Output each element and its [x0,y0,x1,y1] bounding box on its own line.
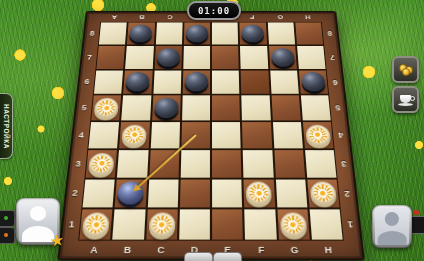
square-b8[interactable] [127,22,155,44]
square-f5[interactable] [242,96,271,121]
dark-piece-d8[interactable] [186,25,208,43]
checkers-board: ABCDEFGH ABCDEFGH 87654321 87654321 [57,11,365,261]
file-label-f: F [238,13,266,22]
square-c2[interactable] [147,179,178,208]
square-e1[interactable] [212,210,243,240]
rank-label-1: 1 [341,209,361,241]
square-a3[interactable] [86,150,118,177]
square-a7[interactable] [96,46,125,69]
square-e2[interactable] [212,179,242,208]
square-e4[interactable] [212,122,241,148]
square-c8[interactable] [155,22,182,44]
dark-piece-c7[interactable] [156,48,179,66]
square-g3[interactable] [274,150,305,177]
green-dot-icon [4,216,8,220]
coins-icon [399,64,413,76]
square-b4[interactable] [119,122,149,148]
square-b5[interactable] [121,96,150,121]
file-label-a: A [100,13,128,22]
square-d8[interactable] [184,22,210,44]
game-timer: 01:00 [187,1,241,20]
settings-tab[interactable]: НАСТРОЙКА [0,93,13,159]
square-f1[interactable] [245,210,277,240]
square-c5[interactable] [152,96,181,121]
bottom-button-1[interactable] [184,252,213,261]
left-edge-panel-2[interactable] [0,227,15,244]
square-f3[interactable] [243,150,273,177]
left-edge-panel-1[interactable] [0,210,15,227]
square-g6[interactable] [270,70,299,94]
square-a2[interactable] [83,179,115,208]
square-f2[interactable] [244,179,275,208]
square-g5[interactable] [271,96,300,121]
gold-piece-f2[interactable] [246,182,272,205]
square-c4[interactable] [150,122,180,148]
rank-label-2: 2 [338,178,357,209]
dark-piece-f8[interactable] [242,25,265,43]
square-a5[interactable] [91,96,121,121]
square-b1[interactable] [113,210,146,240]
square-b3[interactable] [117,150,148,177]
rank-label-3: 3 [335,149,354,178]
file-label-h: H [311,241,346,259]
gold-piece-h4[interactable] [305,125,331,146]
dark-piece-d6[interactable] [185,72,208,91]
file-label-c: C [144,241,178,259]
person-silhouette-icon [375,208,409,245]
file-label-b: B [128,13,156,22]
square-f4[interactable] [242,122,272,148]
square-g8[interactable] [267,22,295,44]
dark-piece-h6[interactable] [301,72,326,91]
game-stage: ABCDEFGH ABCDEFGH 87654321 87654321 01:0… [0,0,424,261]
square-g1[interactable] [277,210,310,240]
square-g4[interactable] [272,122,302,148]
square-h1[interactable] [309,210,342,240]
dark-piece-g7[interactable] [271,48,295,66]
coins-button[interactable] [392,56,419,83]
square-e7[interactable] [212,46,239,69]
board-grid [78,22,344,241]
player-left-avatar[interactable]: ★ [16,198,60,245]
square-d5[interactable] [182,96,210,121]
square-a8[interactable] [99,22,127,44]
square-h3[interactable] [305,150,337,177]
rank-label-7: 7 [324,45,341,69]
file-label-a: A [76,241,111,259]
rank-label-4: 4 [332,121,350,149]
square-d2[interactable] [180,179,210,208]
file-label-h: H [293,13,321,22]
gold-piece-a5[interactable] [94,98,119,118]
square-f7[interactable] [240,46,268,69]
right-edge-marker [413,210,419,215]
gold-piece-a1[interactable] [82,212,110,236]
square-d3[interactable] [180,150,210,177]
square-e5[interactable] [212,96,240,121]
square-b6[interactable] [123,70,152,94]
gold-piece-h2[interactable] [309,182,336,205]
square-a4[interactable] [88,122,119,148]
gold-piece-b4[interactable] [122,125,148,146]
gold-piece-g1[interactable] [279,212,307,236]
star-badge-icon: ★ [49,232,65,250]
square-h6[interactable] [299,70,328,94]
coffee-cup-icon [400,95,411,103]
square-g7[interactable] [269,46,297,69]
square-a1[interactable] [79,210,112,240]
square-h7[interactable] [297,46,326,69]
rank-label-5: 5 [329,95,347,122]
file-label-b: B [110,241,145,259]
square-c7[interactable] [154,46,182,69]
square-d7[interactable] [183,46,210,69]
file-label-g: G [266,13,294,22]
file-label-g: G [277,241,312,259]
bottom-button-2[interactable] [213,252,242,261]
square-h4[interactable] [303,122,334,148]
square-f8[interactable] [240,22,267,44]
square-g2[interactable] [275,179,307,208]
square-h2[interactable] [307,179,339,208]
square-d6[interactable] [182,70,210,94]
orange-dot-icon [4,233,8,237]
rank-label-8: 8 [322,22,338,45]
square-e3[interactable] [212,150,242,177]
square-f6[interactable] [241,70,269,94]
gold-piece-a3[interactable] [88,153,115,175]
square-e8[interactable] [212,22,238,44]
square-h5[interactable] [301,96,331,121]
square-d1[interactable] [179,210,210,240]
square-b7[interactable] [125,46,153,69]
rank-label-6: 6 [327,69,344,94]
square-a6[interactable] [94,70,123,94]
square-e6[interactable] [212,70,240,94]
coffee-button[interactable] [392,86,419,113]
dark-piece-b8[interactable] [129,25,152,43]
file-label-f: F [244,241,278,259]
square-h8[interactable] [295,22,323,44]
dark-piece-b6[interactable] [126,72,150,91]
square-c1[interactable] [146,210,178,240]
player-right-avatar[interactable] [372,205,412,248]
square-c6[interactable] [153,70,181,94]
dark-piece-c5[interactable] [154,98,178,118]
file-label-c: C [156,13,184,22]
gold-piece-c1[interactable] [148,212,175,236]
